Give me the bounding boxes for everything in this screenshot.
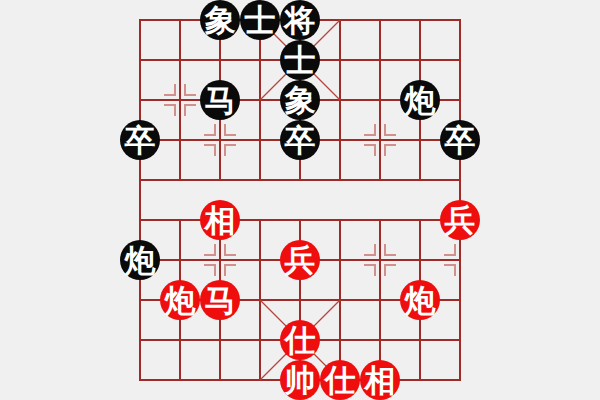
piece-black-horse[interactable]: 马 [200,80,240,120]
piece-red-elephant[interactable]: 相 [360,360,400,400]
piece-black-advisor[interactable]: 士 [280,40,320,80]
piece-red-horse[interactable]: 马 [200,280,240,320]
piece-red-soldier[interactable]: 兵 [440,200,480,240]
piece-red-general[interactable]: 帅 [280,360,320,400]
piece-red-advisor[interactable]: 仕 [280,320,320,360]
piece-black-soldier[interactable]: 卒 [440,120,480,160]
piece-black-elephant[interactable]: 象 [280,80,320,120]
piece-red-cannon[interactable]: 炮 [400,280,440,320]
piece-black-cannon[interactable]: 炮 [400,80,440,120]
piece-red-elephant[interactable]: 相 [200,200,240,240]
piece-black-soldier[interactable]: 卒 [120,120,160,160]
piece-red-advisor[interactable]: 仕 [320,360,360,400]
pieces-layer: 象士将士马象炮卒卒卒炮相兵兵炮马炮仕帅仕相 [0,0,600,400]
piece-black-advisor[interactable]: 士 [240,0,280,40]
piece-red-cannon[interactable]: 炮 [160,280,200,320]
piece-black-general[interactable]: 将 [280,0,320,40]
piece-red-soldier[interactable]: 兵 [280,240,320,280]
xiangqi-screenshot: 象士将士马象炮卒卒卒炮相兵兵炮马炮仕帅仕相 [0,0,600,400]
piece-black-soldier[interactable]: 卒 [280,120,320,160]
piece-black-elephant[interactable]: 象 [200,0,240,40]
piece-black-cannon[interactable]: 炮 [120,240,160,280]
